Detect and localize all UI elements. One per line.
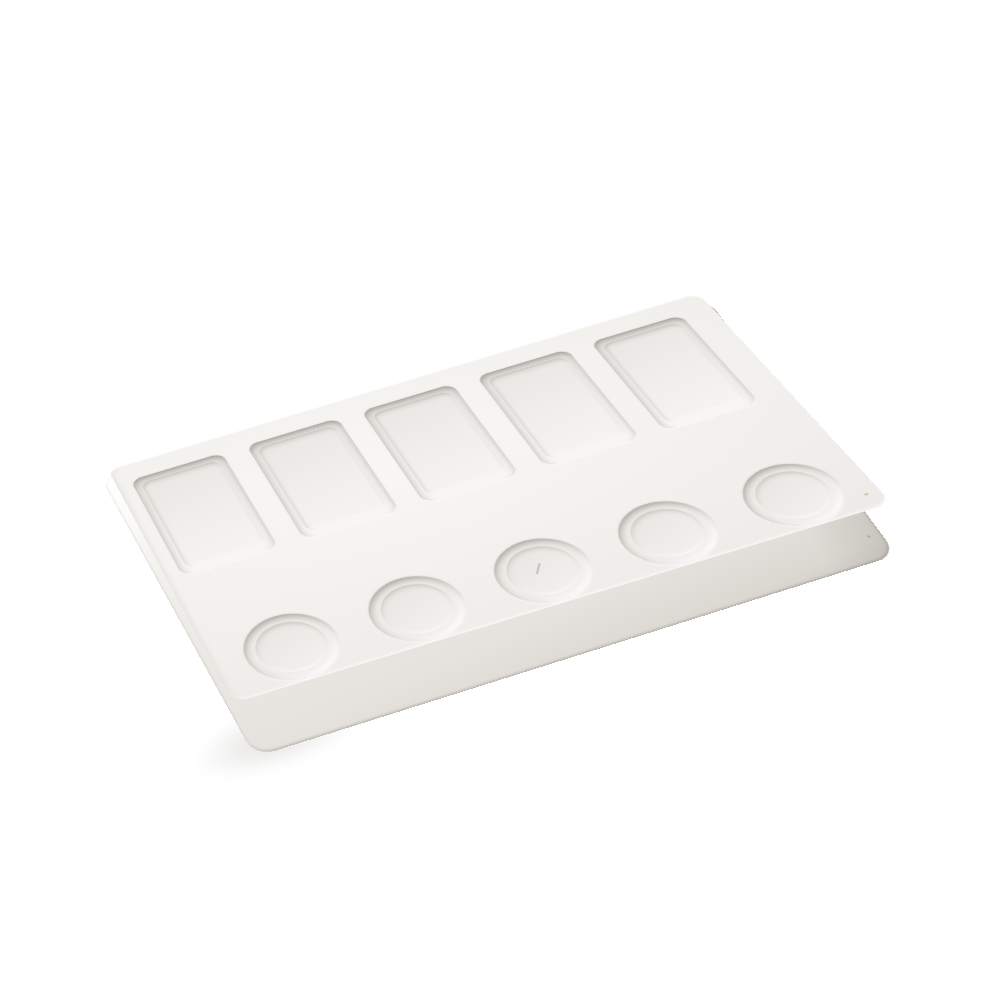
round-well-4-floor xyxy=(618,501,719,564)
round-well-3-floor xyxy=(494,539,593,603)
rect-well-4-floor xyxy=(487,356,628,459)
round-well-2-floor xyxy=(369,576,465,641)
round-well-5-floor xyxy=(741,464,845,527)
product-photo-scene xyxy=(0,0,1000,1000)
rect-well-2 xyxy=(246,418,399,539)
surface-speck xyxy=(863,493,869,496)
wall-speck xyxy=(867,535,871,538)
rect-well-3-floor xyxy=(372,391,508,496)
rect-well-1-floor xyxy=(140,460,267,568)
round-well-1-floor xyxy=(244,614,338,680)
rect-well-5-floor xyxy=(602,322,748,423)
rect-well-2-floor xyxy=(256,425,388,531)
